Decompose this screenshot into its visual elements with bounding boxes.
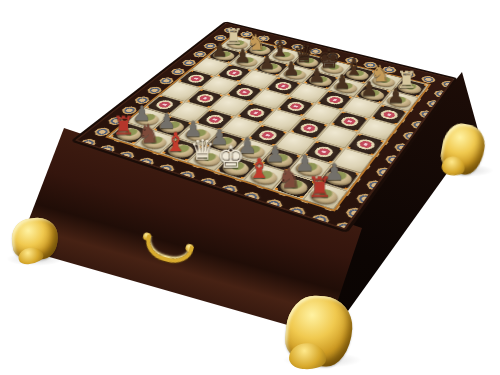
square-g4 bbox=[316, 125, 357, 148]
piece-black-pawn: ♟ bbox=[308, 65, 325, 84]
piece-white-bishop: ♝ bbox=[247, 155, 271, 182]
piece-black-pawn: ♟ bbox=[235, 47, 252, 65]
piece-white-knight: ♞ bbox=[138, 121, 161, 147]
piece-white-bishop: ♝ bbox=[164, 129, 187, 155]
chess-set-photo: ♜♞♝♛♚♝♞♜♟♟♟♟♟♟♟♟♟♟♟♟♟♟♟♟♜♞♝♛♚♝♞♜ bbox=[0, 0, 500, 375]
piece-white-rook: ♜ bbox=[307, 174, 332, 202]
piece-white-king: ♚ bbox=[217, 142, 245, 173]
piece-black-pawn: ♟ bbox=[259, 53, 276, 72]
square-e4 bbox=[262, 109, 303, 131]
square-h5 bbox=[357, 118, 397, 141]
piece-white-rook: ♜ bbox=[112, 113, 135, 138]
piece-black-pawn: ♟ bbox=[211, 41, 227, 59]
piece-white-knight: ♞ bbox=[277, 164, 302, 192]
piece-black-pawn: ♟ bbox=[283, 59, 300, 78]
piece-black-pawn: ♟ bbox=[360, 79, 378, 99]
piece-black-pawn: ♟ bbox=[387, 86, 405, 106]
piece-black-pawn: ♟ bbox=[334, 72, 351, 91]
piece-white-queen: ♛ bbox=[190, 136, 216, 165]
